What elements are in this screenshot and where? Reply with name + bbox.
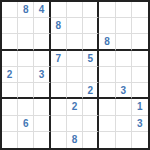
cell-r3c5[interactable] [67, 34, 83, 50]
cell-r2c6[interactable] [83, 18, 99, 34]
cell-r5c7[interactable] [99, 67, 115, 83]
cell-r6c4[interactable] [51, 83, 67, 99]
cell-r4c1[interactable] [2, 51, 18, 67]
cell-r7c5[interactable]: 2 [67, 99, 83, 115]
cell-r8c6[interactable] [83, 116, 99, 132]
cell-r8c7[interactable] [99, 116, 115, 132]
cell-r4c2[interactable] [18, 51, 34, 67]
cell-r1c7[interactable] [99, 2, 115, 18]
cell-r4c8[interactable] [116, 51, 132, 67]
cell-r2c4[interactable]: 8 [51, 18, 67, 34]
cell-r8c2[interactable]: 6 [18, 116, 34, 132]
cell-r2c7[interactable] [99, 18, 115, 34]
cell-r1c2[interactable]: 8 [18, 2, 34, 18]
cell-r3c4[interactable] [51, 34, 67, 50]
cell-r2c5[interactable] [67, 18, 83, 34]
cell-r6c6[interactable]: 2 [83, 83, 99, 99]
cell-r7c6[interactable] [83, 99, 99, 115]
cell-r3c3[interactable] [34, 34, 50, 50]
cell-r7c9[interactable]: 1 [132, 99, 148, 115]
cell-r5c4[interactable] [51, 67, 67, 83]
cell-r6c1[interactable] [2, 83, 18, 99]
cell-r3c6[interactable] [83, 34, 99, 50]
cell-r8c4[interactable] [51, 116, 67, 132]
cell-r9c1[interactable] [2, 132, 18, 148]
cell-r7c8[interactable] [116, 99, 132, 115]
cell-r2c9[interactable] [132, 18, 148, 34]
cell-r4c7[interactable] [99, 51, 115, 67]
cell-r8c1[interactable] [2, 116, 18, 132]
cell-r5c1[interactable]: 2 [2, 67, 18, 83]
cell-r9c6[interactable] [83, 132, 99, 148]
cell-r9c5[interactable]: 8 [67, 132, 83, 148]
cell-r2c2[interactable] [18, 18, 34, 34]
cell-r1c8[interactable] [116, 2, 132, 18]
cell-r2c1[interactable] [2, 18, 18, 34]
cell-r5c8[interactable] [116, 67, 132, 83]
cell-r7c2[interactable] [18, 99, 34, 115]
cell-r9c8[interactable] [116, 132, 132, 148]
cell-r6c9[interactable] [132, 83, 148, 99]
cell-r1c9[interactable] [132, 2, 148, 18]
cell-r9c4[interactable] [51, 132, 67, 148]
cell-r6c3[interactable] [34, 83, 50, 99]
cell-r4c6[interactable]: 5 [83, 51, 99, 67]
cell-r9c3[interactable] [34, 132, 50, 148]
cell-r9c2[interactable] [18, 132, 34, 148]
cell-r7c1[interactable] [2, 99, 18, 115]
cell-r6c7[interactable] [99, 83, 115, 99]
cell-r1c3[interactable]: 4 [34, 2, 50, 18]
cell-r1c5[interactable] [67, 2, 83, 18]
cell-r3c7[interactable]: 8 [99, 34, 115, 50]
cell-r4c9[interactable] [132, 51, 148, 67]
cell-r5c2[interactable] [18, 67, 34, 83]
cell-r5c6[interactable] [83, 67, 99, 83]
cell-r8c9[interactable]: 3 [132, 116, 148, 132]
cell-r1c6[interactable] [83, 2, 99, 18]
cell-r7c3[interactable] [34, 99, 50, 115]
cell-r8c3[interactable] [34, 116, 50, 132]
cell-r5c3[interactable]: 3 [34, 67, 50, 83]
cell-r6c5[interactable] [67, 83, 83, 99]
cell-r8c8[interactable] [116, 116, 132, 132]
cell-r7c7[interactable] [99, 99, 115, 115]
cell-r7c4[interactable] [51, 99, 67, 115]
cell-r3c2[interactable] [18, 34, 34, 50]
sudoku-board: 848875232321638 [0, 0, 150, 150]
cell-r9c9[interactable] [132, 132, 148, 148]
cell-r2c3[interactable] [34, 18, 50, 34]
cell-r5c5[interactable] [67, 67, 83, 83]
cell-r1c1[interactable] [2, 2, 18, 18]
cell-r3c8[interactable] [116, 34, 132, 50]
cell-r1c4[interactable] [51, 2, 67, 18]
cell-r4c5[interactable] [67, 51, 83, 67]
cell-r8c5[interactable] [67, 116, 83, 132]
cell-r3c9[interactable] [132, 34, 148, 50]
cell-r5c9[interactable] [132, 67, 148, 83]
cell-r6c8[interactable]: 3 [116, 83, 132, 99]
cell-r9c7[interactable] [99, 132, 115, 148]
cell-r4c3[interactable] [34, 51, 50, 67]
cell-r3c1[interactable] [2, 34, 18, 50]
cell-r6c2[interactable] [18, 83, 34, 99]
cell-r2c8[interactable] [116, 18, 132, 34]
cell-r4c4[interactable]: 7 [51, 51, 67, 67]
